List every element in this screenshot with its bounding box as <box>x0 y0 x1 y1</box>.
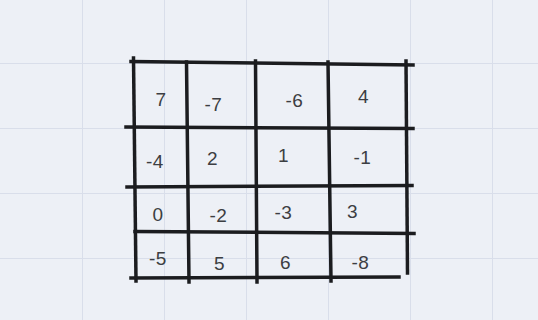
table-line-right-border <box>406 61 408 273</box>
grid-cell-r1c2: -7 <box>187 63 256 127</box>
grid-cell-r3c2: -2 <box>187 186 256 233</box>
cell-value: 0 <box>152 205 163 224</box>
cell-value: 3 <box>347 202 358 221</box>
cell-value: 7 <box>155 90 166 109</box>
cell-value: -3 <box>275 203 293 222</box>
cell-value: -2 <box>210 206 228 225</box>
cell-value: -1 <box>354 148 372 167</box>
cell-value: -5 <box>149 249 167 268</box>
grid-cell-r4c2: 5 <box>187 233 256 278</box>
grid-cell-r4c3: 6 <box>256 233 329 278</box>
grid-cell-r4c4: -8 <box>329 233 406 278</box>
grid-cell-r2c3: 1 <box>256 127 329 186</box>
cell-value: -6 <box>286 91 304 110</box>
grid-cell-r2c2: 2 <box>187 127 256 186</box>
grid-cell-r4c1: -5 <box>133 233 187 278</box>
whiteboard-canvas[interactable]: 7-7-64-421-10-2-33-556-8 <box>0 0 538 320</box>
cell-value: 6 <box>280 253 291 272</box>
grid-cell-r3c4: 3 <box>329 186 406 233</box>
cell-value: 2 <box>207 149 218 168</box>
grid-cell-r2c1: -4 <box>133 127 187 186</box>
grid-cell-r1c4: 4 <box>329 63 406 127</box>
grid-cell-r2c4: -1 <box>329 127 406 186</box>
number-grid: 7-7-64-421-10-2-33-556-8 <box>133 63 406 278</box>
cell-value: 1 <box>278 146 289 165</box>
cell-value: -4 <box>146 152 164 171</box>
cell-value: -7 <box>205 95 223 114</box>
cell-value: 4 <box>358 87 369 106</box>
grid-cell-r1c1: 7 <box>133 63 187 127</box>
grid-cell-r1c3: -6 <box>256 63 329 127</box>
grid-cell-r3c1: 0 <box>133 186 187 233</box>
cell-value: 5 <box>214 254 225 273</box>
grid-cell-r3c3: -3 <box>256 186 329 233</box>
cell-value: -8 <box>352 253 370 272</box>
